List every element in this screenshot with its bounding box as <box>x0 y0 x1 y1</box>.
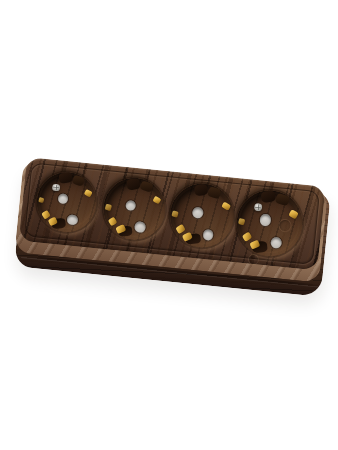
power-strip <box>19 157 326 270</box>
ground-clip-top <box>126 178 140 190</box>
molded-mark <box>247 253 259 265</box>
product-photo <box>0 0 338 450</box>
